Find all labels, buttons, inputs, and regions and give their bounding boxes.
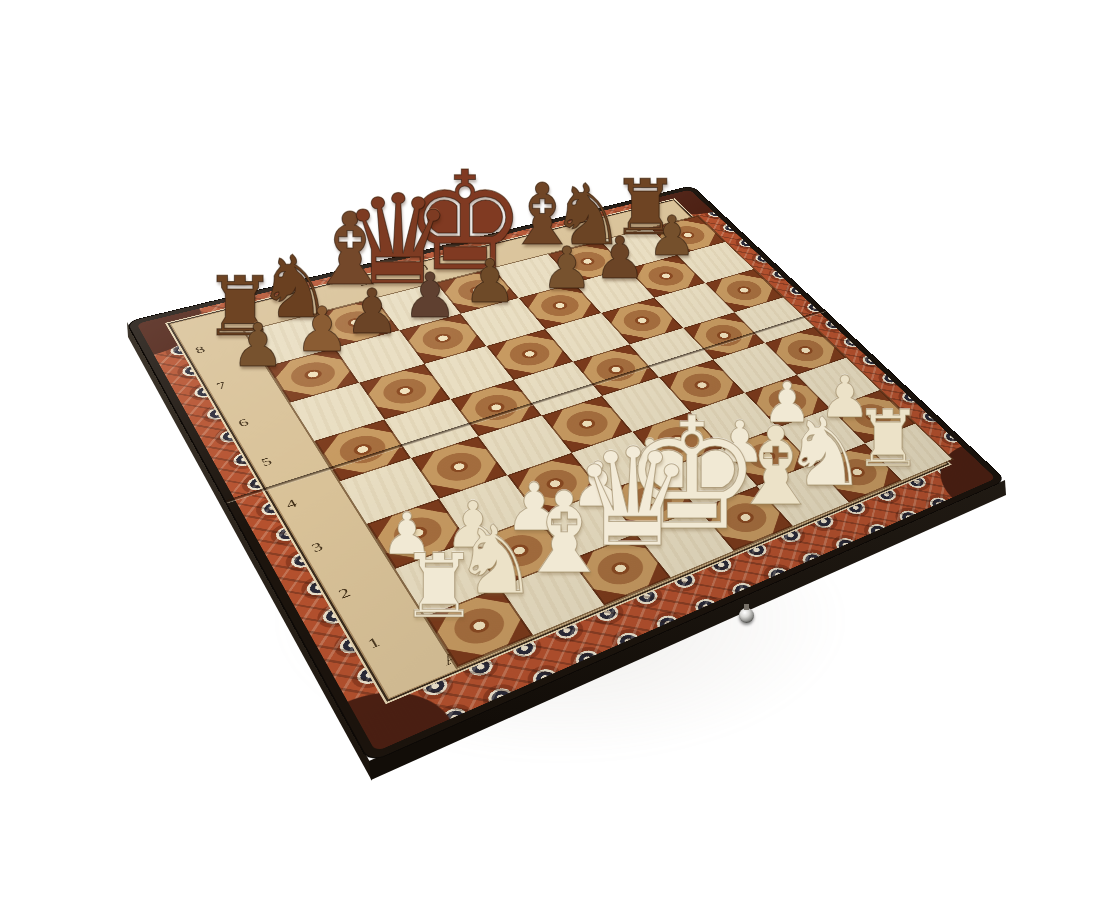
- piece-black-pawn-f7[interactable]: ♟: [541, 239, 593, 297]
- piece-black-pawn-a7[interactable]: ♟: [231, 315, 285, 375]
- chess-set-photo: ABCDEFGH ABCDEFGH 87654321 87654321 ♜♝♞♟…: [0, 0, 1118, 906]
- piece-black-pawn-b7[interactable]: ♟: [294, 299, 350, 361]
- piece-black-pawn-g7[interactable]: ♟: [594, 229, 646, 287]
- piece-black-pawn-d7[interactable]: ♟: [402, 265, 458, 327]
- clasp-knob: [739, 608, 754, 623]
- piece-black-pawn-h7[interactable]: ♟: [647, 209, 696, 264]
- piece-white-rook-a1[interactable]: ♜: [400, 543, 479, 631]
- piece-black-pawn-c7[interactable]: ♟: [344, 281, 400, 343]
- piece-black-pawn-e7[interactable]: ♟: [463, 251, 517, 311]
